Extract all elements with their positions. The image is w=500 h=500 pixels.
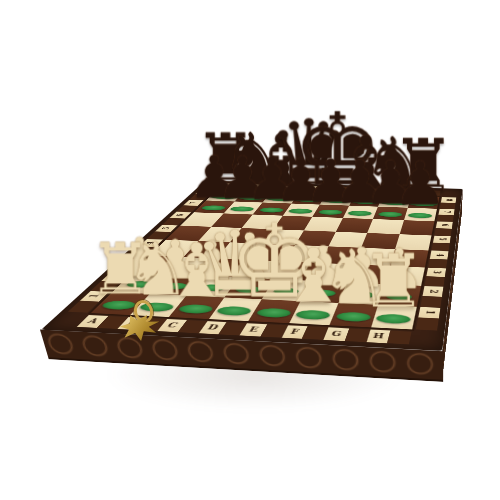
coord-label-left-6: 6 (175, 214, 185, 217)
coord-label-bottom-A: A (85, 318, 99, 325)
white-rook-glyph: ♜ (361, 245, 427, 318)
coord-label-right-8: 8 (445, 199, 453, 201)
coord-cell-right-7 (431, 243, 449, 252)
coord-label-right-5: 5 (437, 238, 446, 241)
square-h8[interactable] (407, 196, 439, 209)
coord-label-bottom-E: E (247, 326, 259, 333)
square-g6[interactable] (367, 219, 403, 234)
scene: ABCDEFGHABCDEFGH8765432187654321♜♞♝♛♚♝♞♜… (0, 0, 500, 500)
coord-label-bottom-F: F (289, 328, 300, 335)
coord-label-right-4: 4 (434, 253, 444, 256)
chess-board: ABCDEFGHABCDEFGH8765432187654321♜♞♝♛♚♝♞♜… (41, 180, 463, 351)
square-g7[interactable] (373, 206, 408, 220)
coord-label-bottom-C: C (165, 322, 179, 329)
coord-label-right-2: 2 (428, 289, 439, 293)
coord-label-bottom-D: D (206, 324, 220, 331)
clasp (118, 300, 164, 344)
coord-cell-right-11 (424, 276, 444, 286)
coord-cell-bottom-15 (387, 331, 411, 345)
square-h6[interactable] (399, 220, 434, 235)
coord-label-right-7: 7 (442, 211, 450, 214)
coord-label-bottom-H: H (372, 333, 385, 340)
coord-cell-bottom-9 (260, 324, 287, 338)
coord-label-bottom-G: G (330, 331, 342, 338)
square-h7[interactable] (404, 208, 437, 222)
coord-label-right-3: 3 (431, 270, 441, 274)
coord-cell-bottom-13 (345, 328, 370, 342)
coord-cell-right-10: 3 (426, 267, 446, 277)
square-g8[interactable] (378, 195, 411, 208)
coord-label-right-6: 6 (440, 224, 449, 227)
product-photo-stage: ABCDEFGHABCDEFGH8765432187654321♜♞♝♛♚♝♞♜… (0, 0, 500, 500)
coord-cell-right-15 (416, 318, 439, 331)
